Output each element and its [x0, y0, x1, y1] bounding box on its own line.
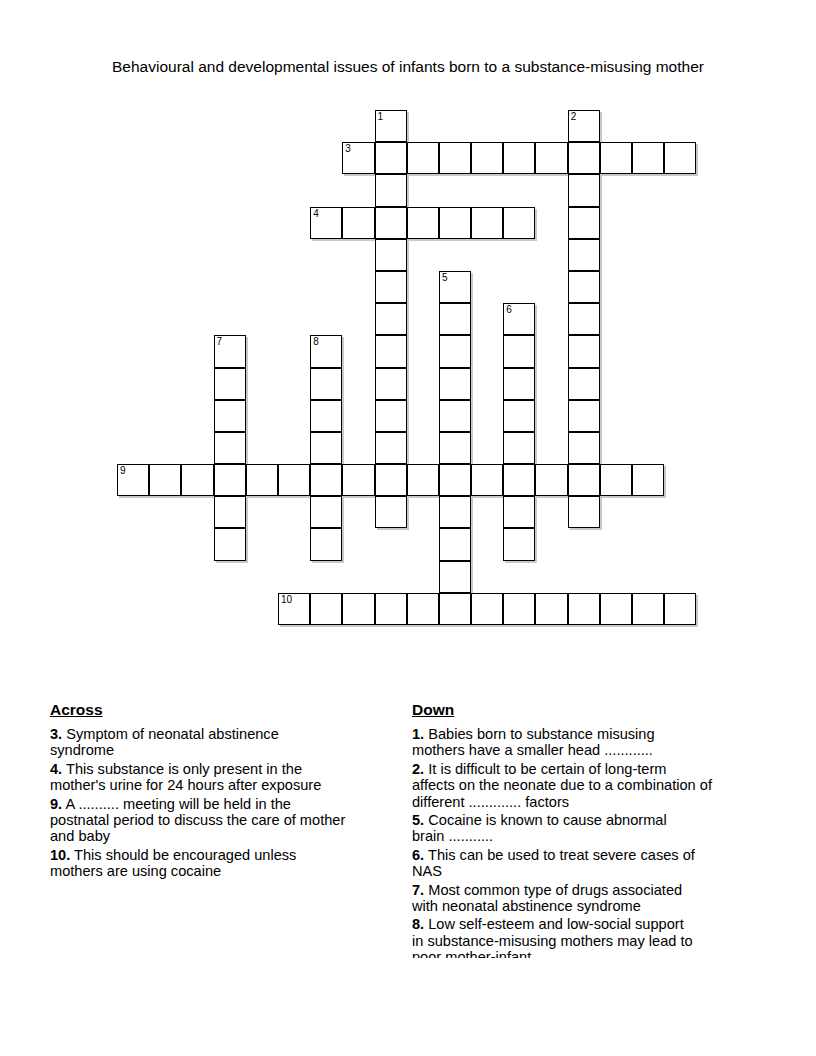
- cell-number: 8: [313, 336, 319, 347]
- clue-item: 1. Babies born to substance misusing mot…: [412, 726, 780, 759]
- grid-cell[interactable]: 7: [214, 335, 246, 367]
- grid-cell[interactable]: [568, 271, 600, 303]
- crossword-grid: 12345678910: [117, 110, 696, 625]
- grid-cell[interactable]: [439, 335, 471, 367]
- clue-item: 5. Cocaine is known to cause abnormal br…: [412, 812, 780, 845]
- clue-number: 4.: [50, 761, 62, 777]
- cell-number: 5: [442, 272, 448, 283]
- grid-cell[interactable]: [664, 593, 696, 625]
- grid-cell[interactable]: 8: [310, 335, 342, 367]
- grid-cell[interactable]: 3: [342, 142, 374, 174]
- grid-cell[interactable]: [600, 464, 632, 496]
- grid-cell[interactable]: [439, 432, 471, 464]
- grid-cell[interactable]: [375, 335, 407, 367]
- grid-cell[interactable]: [568, 432, 600, 464]
- cell-number: 10: [281, 594, 292, 605]
- clue-item: 7. Most common type of drugs associated …: [412, 882, 780, 915]
- grid-cell[interactable]: [439, 528, 471, 560]
- clues-across-list: 3. Symptom of neonatal abstinence syndro…: [50, 726, 408, 880]
- down-header: Down: [412, 701, 780, 719]
- grid-cell[interactable]: [310, 528, 342, 560]
- grid-cell[interactable]: [568, 239, 600, 271]
- clue-text: This can be used to treat severe cases o…: [412, 847, 695, 879]
- clue-number: 1.: [412, 726, 424, 742]
- grid-cell[interactable]: [375, 496, 407, 528]
- clues-down-list: 1. Babies born to substance misusing mot…: [412, 726, 780, 958]
- grid-cell[interactable]: 9: [117, 464, 149, 496]
- grid-cell[interactable]: [503, 368, 535, 400]
- grid-cell[interactable]: [407, 207, 439, 239]
- clue-item: 6. This can be used to treat severe case…: [412, 847, 780, 880]
- grid-cell[interactable]: [568, 496, 600, 528]
- clue-text: Babies born to substance misusing mother…: [412, 726, 655, 758]
- grid-cell[interactable]: [214, 400, 246, 432]
- grid-cell[interactable]: [568, 593, 600, 625]
- grid-cell[interactable]: [375, 207, 407, 239]
- clue-text: A .......... meeting will be held in the…: [50, 796, 345, 845]
- cell-number: 2: [571, 111, 577, 122]
- grid-cell[interactable]: [471, 207, 503, 239]
- grid-cell[interactable]: [214, 432, 246, 464]
- grid-cell[interactable]: [407, 464, 439, 496]
- grid-cell[interactable]: [632, 142, 664, 174]
- grid-cell[interactable]: [375, 464, 407, 496]
- grid-cell[interactable]: [503, 400, 535, 432]
- grid-cell[interactable]: 4: [310, 207, 342, 239]
- grid-cell[interactable]: 5: [439, 271, 471, 303]
- clues-across-section: Across 3. Symptom of neonatal abstinence…: [50, 701, 408, 882]
- clue-number: 10.: [50, 847, 70, 863]
- grid-cell[interactable]: [503, 142, 535, 174]
- grid-cell[interactable]: [471, 593, 503, 625]
- grid-cell[interactable]: [342, 593, 374, 625]
- clue-item: 9. A .......... meeting will be held in …: [50, 796, 408, 845]
- grid-cell[interactable]: [503, 528, 535, 560]
- grid-cell[interactable]: [149, 464, 181, 496]
- grid-cell[interactable]: [503, 335, 535, 367]
- grid-cell[interactable]: [375, 142, 407, 174]
- grid-cell[interactable]: [600, 142, 632, 174]
- grid-cell[interactable]: [310, 496, 342, 528]
- grid-cell[interactable]: [310, 593, 342, 625]
- clue-item: 4. This substance is only present in the…: [50, 761, 408, 794]
- grid-cell[interactable]: [471, 142, 503, 174]
- grid-cell[interactable]: [503, 496, 535, 528]
- grid-cell[interactable]: [375, 593, 407, 625]
- grid-cell[interactable]: [439, 496, 471, 528]
- grid-cell[interactable]: 10: [278, 593, 310, 625]
- clue-text: This should be encouraged unless mothers…: [50, 847, 296, 879]
- clue-text: Most common type of drugs associated wit…: [412, 882, 682, 914]
- across-header: Across: [50, 701, 408, 719]
- grid-cell[interactable]: [439, 400, 471, 432]
- clue-item: 10. This should be encouraged unless mot…: [50, 847, 408, 880]
- clue-number: 9.: [50, 796, 62, 812]
- grid-cell[interactable]: [310, 432, 342, 464]
- grid-cell[interactable]: [439, 561, 471, 593]
- cell-number: 6: [506, 304, 512, 315]
- grid-cell[interactable]: [664, 142, 696, 174]
- grid-cell[interactable]: [439, 368, 471, 400]
- grid-cell[interactable]: [568, 368, 600, 400]
- grid-cell[interactable]: [439, 464, 471, 496]
- clue-number: 3.: [50, 726, 62, 742]
- grid-cell[interactable]: [310, 400, 342, 432]
- grid-cell[interactable]: [375, 303, 407, 335]
- grid-cell[interactable]: [568, 400, 600, 432]
- grid-cell[interactable]: [375, 271, 407, 303]
- grid-cell[interactable]: [375, 239, 407, 271]
- clues-down-section: Down 1. Babies born to substance misusin…: [412, 701, 780, 958]
- page-title: Behavioural and developmental issues of …: [0, 58, 816, 76]
- grid-cell[interactable]: [214, 528, 246, 560]
- grid-cell[interactable]: [214, 464, 246, 496]
- grid-cell[interactable]: [503, 464, 535, 496]
- grid-cell[interactable]: [503, 432, 535, 464]
- grid-cell[interactable]: [246, 464, 278, 496]
- grid-cell[interactable]: [535, 142, 567, 174]
- grid-cell[interactable]: [439, 142, 471, 174]
- grid-cell[interactable]: [439, 303, 471, 335]
- cell-number: 1: [378, 111, 384, 122]
- grid-cell[interactable]: [214, 368, 246, 400]
- grid-cell[interactable]: [375, 174, 407, 206]
- grid-cell[interactable]: [632, 593, 664, 625]
- grid-cell[interactable]: [632, 464, 664, 496]
- grid-cell[interactable]: 1: [375, 110, 407, 142]
- grid-cell[interactable]: [503, 593, 535, 625]
- clue-text: Low self-esteem and low-social support i…: [412, 916, 693, 958]
- grid-cell[interactable]: [439, 593, 471, 625]
- grid-cell[interactable]: [568, 464, 600, 496]
- clue-item: 8. Low self-esteem and low-social suppor…: [412, 916, 780, 958]
- grid-cell[interactable]: [375, 368, 407, 400]
- clue-item: 3. Symptom of neonatal abstinence syndro…: [50, 726, 408, 759]
- grid-cell[interactable]: [568, 142, 600, 174]
- grid-cell[interactable]: [471, 464, 503, 496]
- grid-cell[interactable]: [181, 464, 213, 496]
- grid-cell[interactable]: [310, 464, 342, 496]
- cell-number: 9: [120, 465, 126, 476]
- clue-number: 8.: [412, 916, 424, 932]
- clue-text: It is difficult to be certain of long-te…: [412, 761, 712, 810]
- grid-cell[interactable]: [568, 207, 600, 239]
- grid-cell[interactable]: [342, 207, 374, 239]
- grid-cell[interactable]: 6: [503, 303, 535, 335]
- grid-cell[interactable]: [439, 207, 471, 239]
- cell-number: 4: [313, 208, 319, 219]
- grid-cell[interactable]: [568, 174, 600, 206]
- clue-text: Symptom of neonatal abstinence syndrome: [50, 726, 279, 758]
- clue-number: 6.: [412, 847, 424, 863]
- clue-item: 2. It is difficult to be certain of long…: [412, 761, 780, 810]
- grid-cell[interactable]: 2: [568, 110, 600, 142]
- grid-cell[interactable]: [375, 432, 407, 464]
- grid-cell[interactable]: [407, 142, 439, 174]
- grid-cell[interactable]: [342, 464, 374, 496]
- clue-number: 2.: [412, 761, 424, 777]
- grid-cell[interactable]: [568, 303, 600, 335]
- grid-cell[interactable]: [503, 207, 535, 239]
- grid-cell[interactable]: [535, 593, 567, 625]
- grid-cell[interactable]: [407, 593, 439, 625]
- grid-cell[interactable]: [375, 400, 407, 432]
- clue-text: Cocaine is known to cause abnormal brain…: [412, 812, 667, 844]
- grid-cell[interactable]: [278, 464, 310, 496]
- grid-cell[interactable]: [535, 464, 567, 496]
- cell-number: 3: [345, 143, 351, 154]
- grid-cell[interactable]: [600, 593, 632, 625]
- page: { "page": { "title": "Behavioural and de…: [0, 0, 816, 1056]
- grid-cell[interactable]: [214, 496, 246, 528]
- clue-text: This substance is only present in the mo…: [50, 761, 321, 793]
- clue-number: 7.: [412, 882, 424, 898]
- cell-number: 7: [217, 336, 223, 347]
- grid-cell[interactable]: [568, 335, 600, 367]
- grid-cell[interactable]: [310, 368, 342, 400]
- clue-number: 5.: [412, 812, 424, 828]
